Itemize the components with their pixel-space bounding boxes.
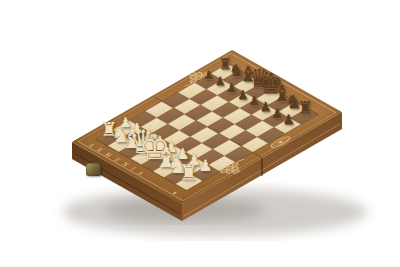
brass-clasp: [86, 163, 101, 176]
photo-canvas: ARMENIA ✶ ♜♞♝♛♚♝♞♜♟♟♟♟♟♟♟♟♟♟♟♟: [0, 0, 400, 267]
